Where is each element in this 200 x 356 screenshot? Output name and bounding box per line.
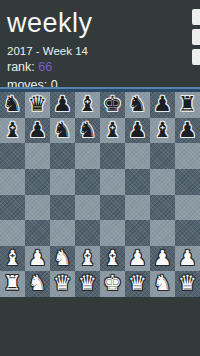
square-h1[interactable]: ♛ xyxy=(175,271,200,297)
menu-icon[interactable] xyxy=(192,9,200,67)
piece-black-bishop: ♝ xyxy=(0,118,25,144)
piece-black-bishop: ♝ xyxy=(100,118,125,144)
square-a3[interactable] xyxy=(0,220,25,246)
piece-white-queen: ♛ xyxy=(125,271,150,297)
square-f6[interactable] xyxy=(125,143,150,169)
piece-white-knight: ♞ xyxy=(50,246,75,272)
square-h4[interactable] xyxy=(175,195,200,221)
square-g6[interactable] xyxy=(150,143,175,169)
piece-black-rook: ♜ xyxy=(175,92,200,118)
piece-black-queen: ♛ xyxy=(25,92,50,118)
piece-black-knight: ♞ xyxy=(50,118,75,144)
piece-white-pawn: ♟ xyxy=(150,246,175,272)
piece-white-queen: ♛ xyxy=(175,271,200,297)
square-g2[interactable]: ♟ xyxy=(150,246,175,272)
piece-white-knight: ♞ xyxy=(150,271,175,297)
square-a5[interactable] xyxy=(0,169,25,195)
square-b6[interactable] xyxy=(25,143,50,169)
square-f5[interactable] xyxy=(125,169,150,195)
piece-black-pawn: ♟ xyxy=(150,92,175,118)
square-e3[interactable] xyxy=(100,220,125,246)
piece-black-knight: ♞ xyxy=(125,92,150,118)
rank-line: rank: 66 xyxy=(7,60,200,75)
square-g5[interactable] xyxy=(150,169,175,195)
square-h5[interactable] xyxy=(175,169,200,195)
square-a4[interactable] xyxy=(0,195,25,221)
square-h6[interactable] xyxy=(175,143,200,169)
piece-black-pawn: ♟ xyxy=(25,118,50,144)
square-d4[interactable] xyxy=(75,195,100,221)
piece-white-bishop: ♝ xyxy=(100,246,125,272)
square-b1[interactable]: ♞ xyxy=(25,271,50,297)
square-g4[interactable] xyxy=(150,195,175,221)
square-e6[interactable] xyxy=(100,143,125,169)
square-f8[interactable]: ♞ xyxy=(125,92,150,118)
piece-white-knight: ♞ xyxy=(25,271,50,297)
menu-icon-bar xyxy=(192,49,200,65)
square-c4[interactable] xyxy=(50,195,75,221)
piece-black-bishop: ♝ xyxy=(150,118,175,144)
square-d8[interactable]: ♝ xyxy=(75,92,100,118)
piece-black-bishop: ♝ xyxy=(75,92,100,118)
page-title: weekly xyxy=(7,8,200,38)
square-a6[interactable] xyxy=(0,143,25,169)
piece-white-rook: ♜ xyxy=(0,271,25,297)
rank-label: rank: xyxy=(7,60,35,74)
square-e2[interactable]: ♝ xyxy=(100,246,125,272)
square-e7[interactable]: ♝ xyxy=(100,118,125,144)
piece-black-pawn: ♟ xyxy=(125,118,150,144)
square-b3[interactable] xyxy=(25,220,50,246)
square-a1[interactable]: ♜ xyxy=(0,271,25,297)
square-f1[interactable]: ♛ xyxy=(125,271,150,297)
chess-board: ♞♛♟♝♚♞♟♜♝♟♞♞♝♟♝♟♝♟♞♝♝♟♟♟♜♞♛♛♚♛♞♛ xyxy=(0,92,200,297)
rank-value: 66 xyxy=(38,60,52,74)
square-c2[interactable]: ♞ xyxy=(50,246,75,272)
square-e4[interactable] xyxy=(100,195,125,221)
square-h2[interactable]: ♟ xyxy=(175,246,200,272)
menu-icon-bar xyxy=(192,29,200,45)
square-d1[interactable]: ♛ xyxy=(75,271,100,297)
square-h8[interactable]: ♜ xyxy=(175,92,200,118)
square-d2[interactable]: ♝ xyxy=(75,246,100,272)
square-g3[interactable] xyxy=(150,220,175,246)
piece-white-pawn: ♟ xyxy=(175,246,200,272)
piece-white-pawn: ♟ xyxy=(25,246,50,272)
square-f2[interactable]: ♟ xyxy=(125,246,150,272)
piece-black-king: ♚ xyxy=(100,92,125,118)
square-c5[interactable] xyxy=(50,169,75,195)
piece-white-pawn: ♟ xyxy=(125,246,150,272)
square-d3[interactable] xyxy=(75,220,100,246)
square-b5[interactable] xyxy=(25,169,50,195)
week-subtitle: 2017 - Week 14 xyxy=(7,45,200,57)
square-c8[interactable]: ♟ xyxy=(50,92,75,118)
square-c1[interactable]: ♛ xyxy=(50,271,75,297)
square-a7[interactable]: ♝ xyxy=(0,118,25,144)
square-f7[interactable]: ♟ xyxy=(125,118,150,144)
square-b4[interactable] xyxy=(25,195,50,221)
square-d6[interactable] xyxy=(75,143,100,169)
piece-white-bishop: ♝ xyxy=(0,246,25,272)
square-e5[interactable] xyxy=(100,169,125,195)
square-c7[interactable]: ♞ xyxy=(50,118,75,144)
piece-black-knight: ♞ xyxy=(0,92,25,118)
square-f3[interactable] xyxy=(125,220,150,246)
square-g7[interactable]: ♝ xyxy=(150,118,175,144)
piece-white-king: ♚ xyxy=(100,271,125,297)
square-b8[interactable]: ♛ xyxy=(25,92,50,118)
piece-black-pawn: ♟ xyxy=(175,118,200,144)
square-a2[interactable]: ♝ xyxy=(0,246,25,272)
piece-white-bishop: ♝ xyxy=(75,246,100,272)
square-e8[interactable]: ♚ xyxy=(100,92,125,118)
header: weekly 2017 - Week 14 rank: 66 moves: 0 xyxy=(7,0,200,93)
square-c6[interactable] xyxy=(50,143,75,169)
square-h7[interactable]: ♟ xyxy=(175,118,200,144)
piece-black-knight: ♞ xyxy=(75,118,100,144)
square-c3[interactable] xyxy=(50,220,75,246)
square-h3[interactable] xyxy=(175,220,200,246)
piece-white-queen: ♛ xyxy=(50,271,75,297)
piece-black-pawn: ♟ xyxy=(50,92,75,118)
menu-icon-bar xyxy=(192,9,200,25)
piece-white-queen: ♛ xyxy=(75,271,100,297)
square-g8[interactable]: ♟ xyxy=(150,92,175,118)
square-d5[interactable] xyxy=(75,169,100,195)
square-a8[interactable]: ♞ xyxy=(0,92,25,118)
square-d7[interactable]: ♞ xyxy=(75,118,100,144)
square-e1[interactable]: ♚ xyxy=(100,271,125,297)
square-b7[interactable]: ♟ xyxy=(25,118,50,144)
square-g1[interactable]: ♞ xyxy=(150,271,175,297)
square-f4[interactable] xyxy=(125,195,150,221)
square-b2[interactable]: ♟ xyxy=(25,246,50,272)
